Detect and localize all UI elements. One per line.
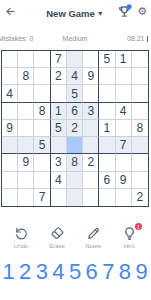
pause-button[interactable] — [147, 36, 151, 42]
new-game-label: New Game — [46, 8, 95, 19]
trophy-icon[interactable] — [117, 4, 132, 19]
cell-r2c1[interactable] — [2, 68, 18, 85]
top-bar: New Game ▼ ⚙ — [0, 0, 150, 26]
cell-r2c5[interactable]: 4 — [67, 68, 83, 85]
chevron-down-icon: ▼ — [97, 10, 104, 17]
cell-r7c6[interactable]: 2 — [83, 154, 99, 171]
cell-r7c3[interactable] — [34, 154, 50, 171]
cell-r7c1[interactable] — [2, 154, 18, 171]
cell-r8c6[interactable] — [83, 172, 99, 189]
cell-r9c4[interactable] — [51, 189, 67, 206]
cell-r1c3[interactable] — [34, 51, 50, 68]
status-bar: Mistakes: 0 Medium 08:21 — [0, 35, 150, 45]
notes-button[interactable]: Notes — [80, 226, 106, 249]
back-icon[interactable] — [4, 5, 17, 18]
undo-button[interactable]: Undo — [8, 226, 34, 249]
cell-r9c2[interactable] — [18, 189, 34, 206]
numpad-9[interactable]: 9 — [134, 260, 149, 284]
cell-r7c7[interactable] — [99, 154, 115, 171]
new-game-dropdown[interactable]: New Game ▼ — [46, 8, 104, 19]
cell-r6c7[interactable] — [99, 137, 115, 154]
cell-r6c9[interactable] — [132, 137, 148, 154]
cell-r4c4[interactable]: 1 — [51, 103, 67, 120]
cell-r5c1[interactable]: 9 — [2, 120, 18, 137]
cell-r5c5[interactable]: 2 — [67, 120, 83, 137]
cell-r4c2[interactable] — [18, 103, 34, 120]
cell-r9c6[interactable] — [83, 189, 99, 206]
cell-r8c8[interactable]: 9 — [116, 172, 132, 189]
cell-r5c2[interactable] — [18, 120, 34, 137]
top-bar-icons: ⚙ — [117, 4, 147, 19]
undo-label: Undo — [14, 243, 28, 249]
cell-r6c4[interactable] — [51, 137, 67, 154]
sudoku-board: 751824945816349521857938246972 — [1, 50, 149, 207]
cell-r8c7[interactable]: 6 — [99, 172, 115, 189]
cell-r7c2[interactable]: 9 — [18, 154, 34, 171]
cell-r5c8[interactable] — [116, 120, 132, 137]
numpad-5[interactable]: 5 — [68, 260, 83, 284]
cell-r7c9[interactable] — [132, 154, 148, 171]
cell-r7c4[interactable]: 3 — [51, 154, 67, 171]
cell-r2c6[interactable]: 9 — [83, 68, 99, 85]
cell-r1c1[interactable] — [2, 51, 18, 68]
sudoku-app: New Game ▼ ⚙ Mistakes: 0 Medium 08:21 75… — [0, 0, 150, 300]
numpad-1[interactable]: 1 — [1, 260, 16, 284]
cell-r3c3[interactable] — [34, 85, 50, 102]
cell-r8c1[interactable] — [2, 172, 18, 189]
cell-r5c4[interactable]: 5 — [51, 120, 67, 137]
cell-r3c1[interactable]: 4 — [2, 85, 18, 102]
cell-r9c1[interactable] — [2, 189, 18, 206]
cell-r3c8[interactable] — [116, 85, 132, 102]
erase-label: Erase — [49, 243, 65, 249]
cell-r1c9[interactable] — [132, 51, 148, 68]
cell-r6c1[interactable] — [2, 137, 18, 154]
cell-r6c8[interactable]: 7 — [116, 137, 132, 154]
cell-r2c3[interactable] — [34, 68, 50, 85]
timer: 08:21 — [127, 35, 145, 42]
trophy-badge — [127, 4, 132, 9]
cell-r3c6[interactable] — [83, 85, 99, 102]
cell-r4c8[interactable]: 4 — [116, 103, 132, 120]
toolbar: Undo Erase Notes 1 Hint — [0, 226, 150, 249]
undo-icon — [14, 226, 29, 241]
numpad-3[interactable]: 3 — [34, 260, 49, 284]
cell-r3c4[interactable] — [51, 85, 67, 102]
cell-r2c2[interactable]: 8 — [18, 68, 34, 85]
cell-r9c8[interactable] — [116, 189, 132, 206]
difficulty-label: Medium — [63, 35, 88, 42]
cell-r9c5[interactable] — [67, 189, 83, 206]
cell-r9c9[interactable]: 2 — [132, 189, 148, 206]
cell-r1c8[interactable]: 1 — [116, 51, 132, 68]
eraser-icon — [50, 226, 65, 241]
cell-r5c6[interactable] — [83, 120, 99, 137]
cell-r4c9[interactable] — [132, 103, 148, 120]
lightbulb-icon — [122, 226, 137, 241]
cell-r3c5[interactable]: 5 — [67, 85, 83, 102]
notes-label: Notes — [85, 243, 101, 249]
cell-r3c7[interactable] — [99, 85, 115, 102]
cell-r1c5[interactable] — [67, 51, 83, 68]
cell-r6c3[interactable]: 5 — [34, 137, 50, 154]
hint-label: Hint — [124, 243, 135, 249]
cell-r4c7[interactable] — [99, 103, 115, 120]
settings-gear-icon[interactable]: ⚙ — [137, 6, 147, 17]
cell-r7c5[interactable]: 8 — [67, 154, 83, 171]
hint-button[interactable]: 1 Hint — [116, 226, 142, 249]
cell-r3c9[interactable] — [132, 85, 148, 102]
cell-r5c9[interactable]: 8 — [132, 120, 148, 137]
erase-button[interactable]: Erase — [44, 226, 70, 249]
cell-r4c1[interactable] — [2, 103, 18, 120]
cell-r1c4[interactable]: 7 — [51, 51, 67, 68]
numpad-8[interactable]: 8 — [117, 260, 132, 284]
cell-r7c8[interactable] — [116, 154, 132, 171]
cell-r8c4[interactable]: 4 — [51, 172, 67, 189]
cell-r6c2[interactable] — [18, 137, 34, 154]
cell-r1c7[interactable]: 5 — [99, 51, 115, 68]
numpad-4[interactable]: 4 — [51, 260, 66, 284]
cell-r2c4[interactable]: 2 — [51, 68, 67, 85]
cell-r8c9[interactable] — [132, 172, 148, 189]
cell-r5c7[interactable]: 1 — [99, 120, 115, 137]
mistakes-counter: Mistakes: 0 — [0, 35, 33, 42]
cell-r8c5[interactable] — [67, 172, 83, 189]
cell-r6c6[interactable] — [83, 137, 99, 154]
number-pad: 123456789 — [0, 260, 150, 284]
cell-r8c3[interactable] — [34, 172, 50, 189]
cell-r2c8[interactable] — [116, 68, 132, 85]
cell-r3c2[interactable] — [18, 85, 34, 102]
cell-r5c3[interactable] — [34, 120, 50, 137]
cell-r2c9[interactable] — [132, 68, 148, 85]
hint-badge: 1 — [135, 223, 142, 230]
cell-r2c7[interactable] — [99, 68, 115, 85]
numpad-2[interactable]: 2 — [18, 260, 33, 284]
cell-r1c2[interactable] — [18, 51, 34, 68]
cell-r4c6[interactable]: 3 — [83, 103, 99, 120]
cell-r4c3[interactable]: 8 — [34, 103, 50, 120]
numpad-6[interactable]: 6 — [84, 260, 99, 284]
cell-r9c7[interactable] — [99, 189, 115, 206]
pencil-icon — [86, 226, 101, 241]
cell-r4c5[interactable]: 6 — [67, 103, 83, 120]
numpad-7[interactable]: 7 — [101, 260, 116, 284]
cell-r1c6[interactable] — [83, 51, 99, 68]
cell-r6c5[interactable] — [67, 137, 83, 154]
cell-r9c3[interactable]: 7 — [34, 189, 50, 206]
cell-r8c2[interactable] — [18, 172, 34, 189]
